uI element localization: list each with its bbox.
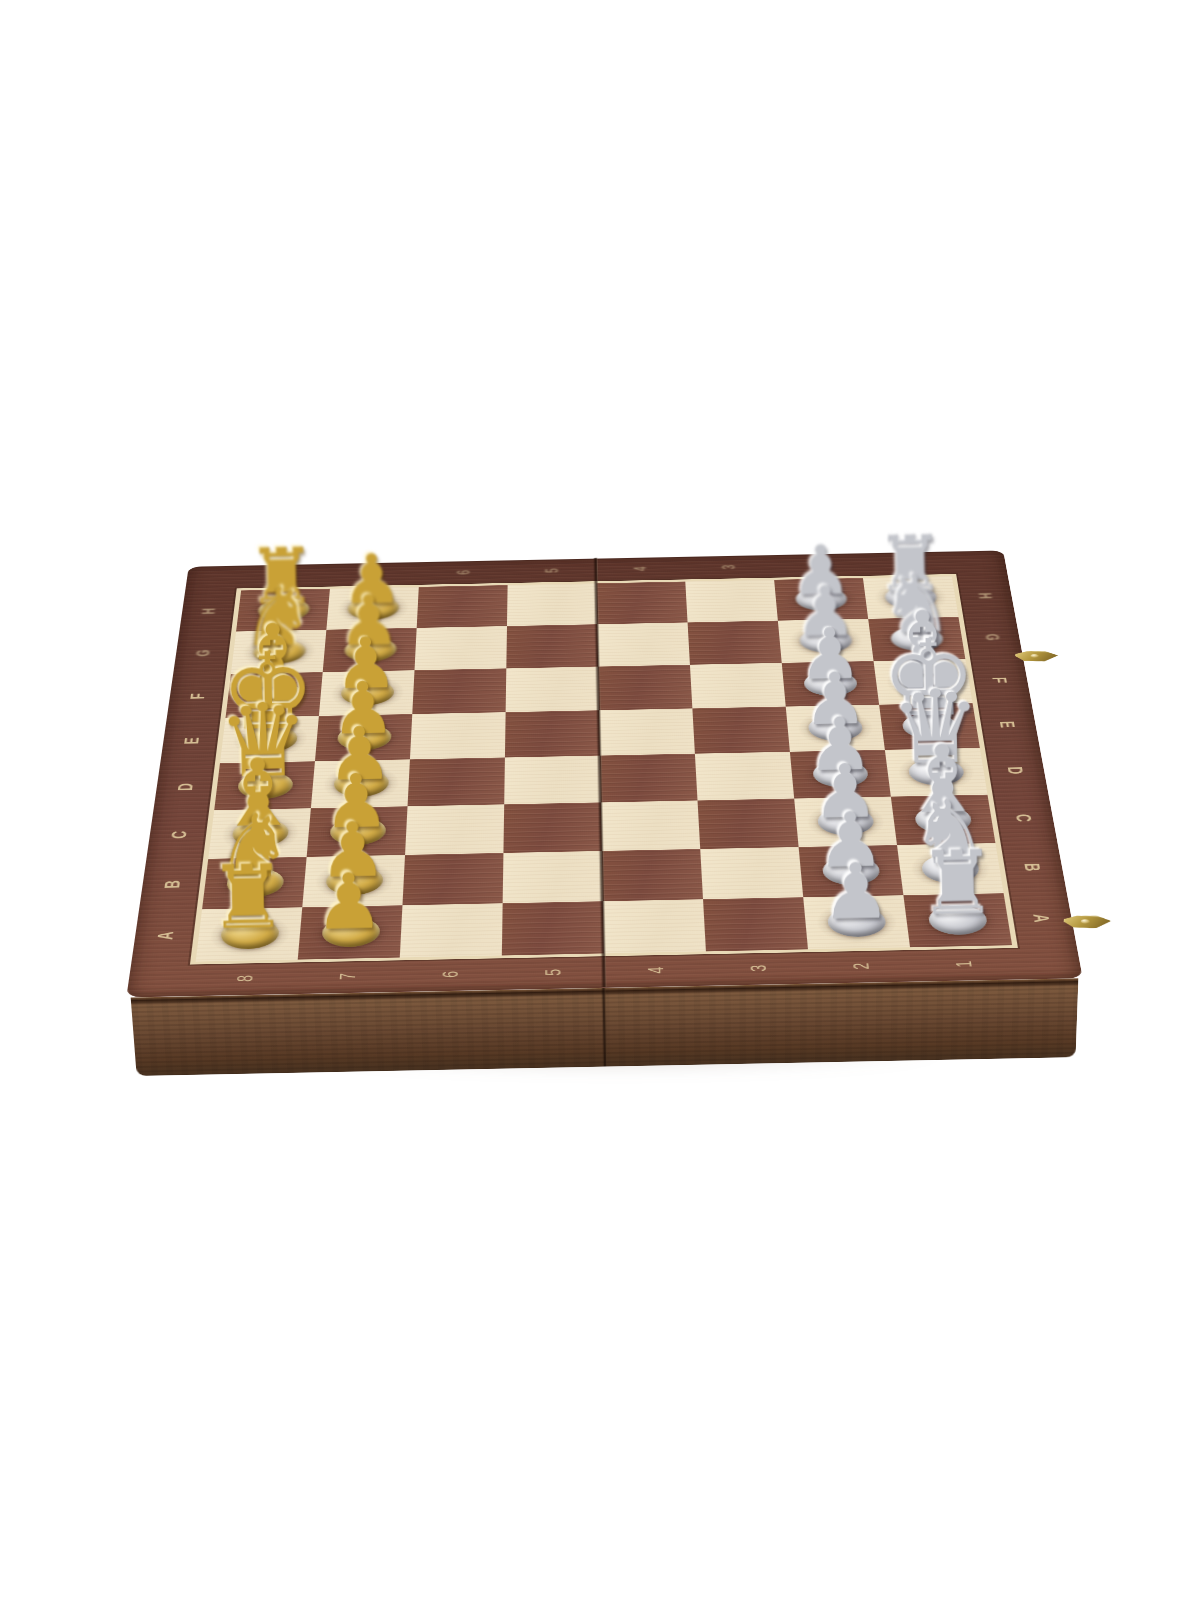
clasp-rivet-icon xyxy=(1030,654,1038,658)
coord-label-E: E xyxy=(959,712,1057,738)
coord-label-A: A xyxy=(112,921,217,951)
coord-label-5: 5 xyxy=(526,945,581,1000)
coord-label-B: B xyxy=(120,870,223,899)
square-e6 xyxy=(410,712,506,759)
coord-label-G: G xyxy=(945,625,1040,649)
square-g6 xyxy=(415,626,507,670)
coord-label-4: 4 xyxy=(617,549,665,590)
square-f5 xyxy=(506,667,599,713)
square-f3 xyxy=(690,663,786,709)
coord-label-H: H xyxy=(939,584,1032,607)
square-d5 xyxy=(504,756,601,805)
square-b6 xyxy=(402,853,503,905)
coord-label-7: 7 xyxy=(350,554,399,595)
coord-label-6: 6 xyxy=(422,947,478,1002)
coord-label-F: F xyxy=(952,668,1049,693)
chess-board: 8765432187654321HGFEDCBAHGFEDCBA♜♞♝♛♚♝♞♜… xyxy=(126,550,1083,997)
coord-label-E: E xyxy=(142,728,239,754)
coord-label-2: 2 xyxy=(831,939,891,994)
square-b3 xyxy=(700,847,803,899)
square-d4 xyxy=(600,754,698,803)
square-c4 xyxy=(601,800,700,850)
coord-label-8: 8 xyxy=(261,556,312,597)
square-g5 xyxy=(506,624,598,668)
square-e3 xyxy=(692,707,790,754)
coord-label-A: A xyxy=(989,904,1095,933)
coord-label-B: B xyxy=(981,853,1085,881)
fold-seam-front xyxy=(601,988,607,1067)
square-e5 xyxy=(505,710,600,757)
coord-label-7: 7 xyxy=(318,949,376,1004)
square-d3 xyxy=(695,752,794,801)
square-f4 xyxy=(598,665,692,711)
coord-label-2: 2 xyxy=(792,545,843,586)
coord-label-G: G xyxy=(156,641,250,665)
coord-label-H: H xyxy=(162,600,254,623)
coord-label-6: 6 xyxy=(440,552,488,593)
coord-label-1: 1 xyxy=(879,543,931,584)
square-c3 xyxy=(698,799,799,849)
coord-label-D: D xyxy=(135,774,234,801)
coord-label-8: 8 xyxy=(215,951,275,1006)
square-d6 xyxy=(408,757,505,806)
square-e4 xyxy=(599,708,695,755)
coord-label-3: 3 xyxy=(730,941,788,996)
coord-label-5: 5 xyxy=(529,550,576,591)
board-tilt-wrapper: 8765432187654321HGFEDCBAHGFEDCBA♜♞♝♛♚♝♞♜… xyxy=(0,0,1200,1600)
square-b4 xyxy=(602,849,703,901)
coord-label-3: 3 xyxy=(704,547,753,588)
coord-label-C: C xyxy=(128,821,229,849)
square-c6 xyxy=(405,804,504,855)
coord-label-F: F xyxy=(149,684,245,709)
coord-label-4: 4 xyxy=(628,943,684,998)
coord-label-C: C xyxy=(974,804,1076,831)
coord-label-1: 1 xyxy=(933,937,995,992)
square-g4 xyxy=(597,622,690,666)
square-f6 xyxy=(412,668,506,714)
square-c5 xyxy=(503,802,601,853)
photo-scene: 8765432187654321HGFEDCBAHGFEDCBA♜♞♝♛♚♝♞♜… xyxy=(0,0,1200,1600)
square-b5 xyxy=(503,851,603,903)
square-g3 xyxy=(688,621,782,665)
coord-label-D: D xyxy=(966,757,1066,784)
